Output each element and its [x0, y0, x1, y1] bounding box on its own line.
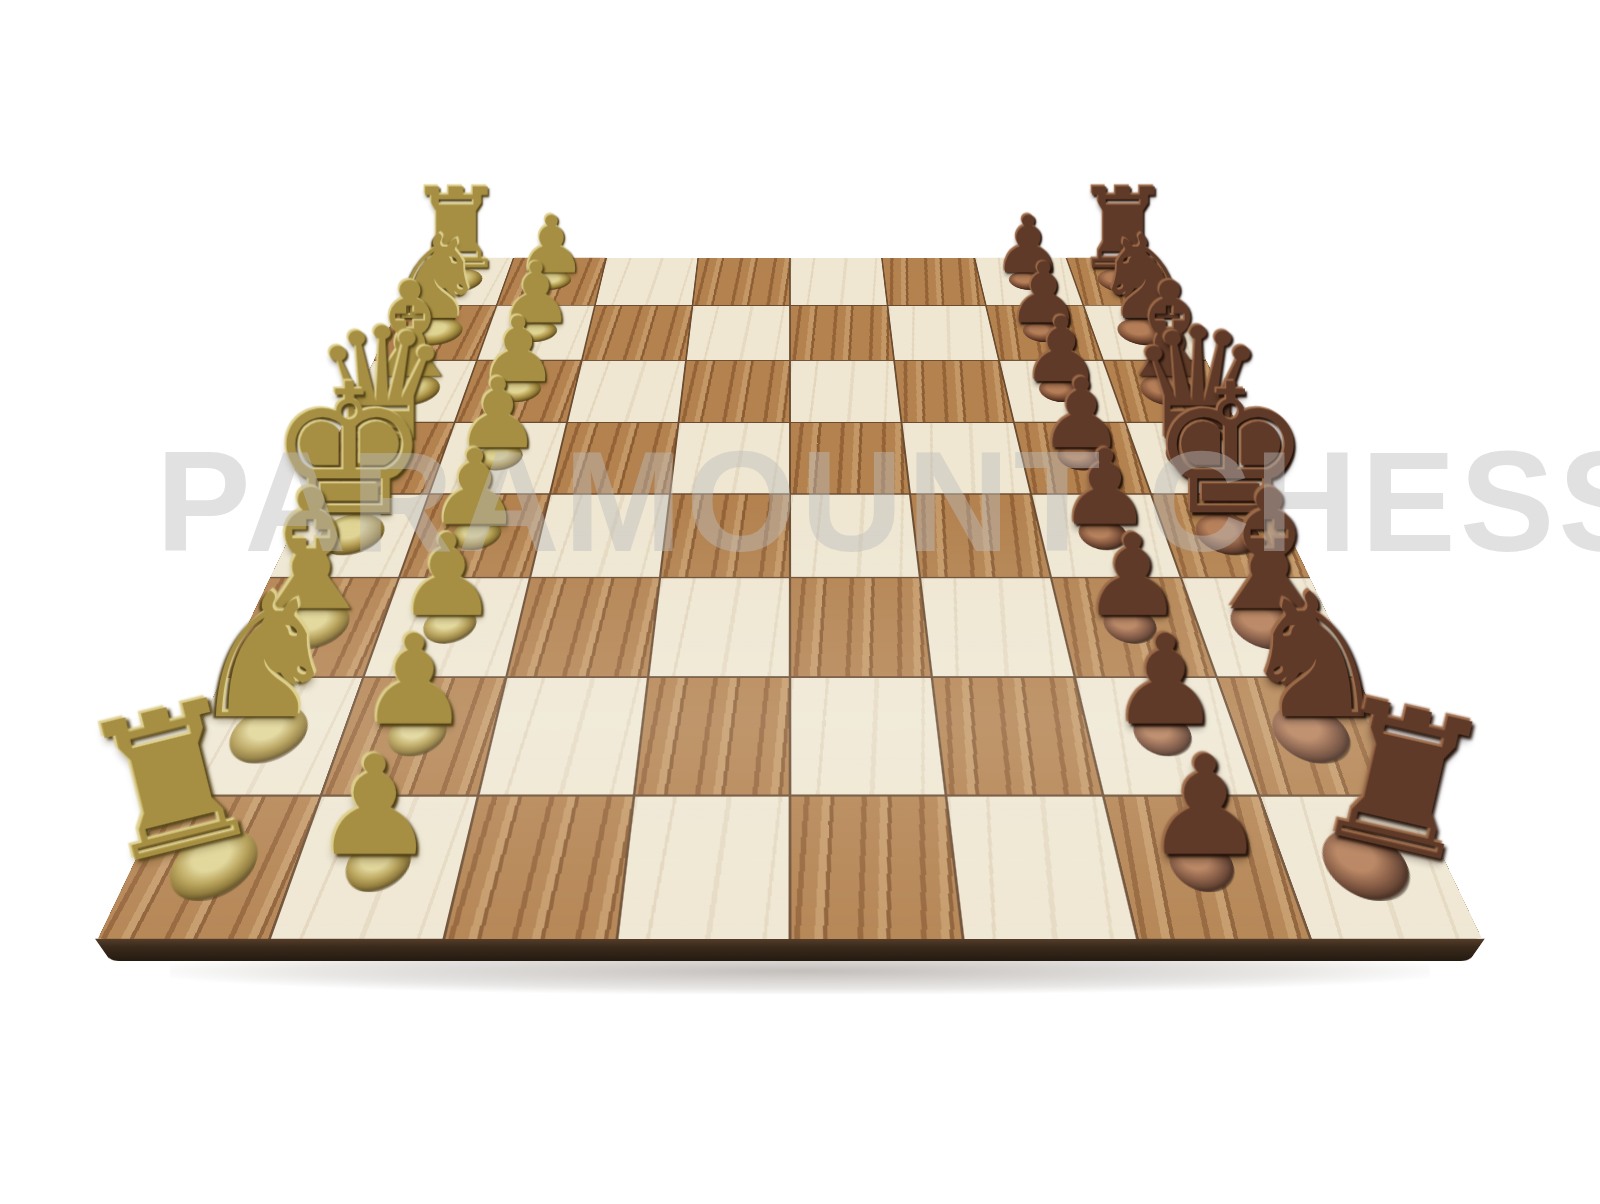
- board-square: [582, 306, 691, 360]
- product-photo: ♜♟♟♜♞♟♟♞♝♟♟♝♛♟♟♛♚♟♟♚♝♟♟♝♞♟♟♞♜♟♟♜ PARAMOU…: [0, 0, 1600, 1204]
- board-square: [671, 423, 789, 494]
- board-square: [568, 360, 685, 421]
- board-square: [895, 360, 1012, 421]
- board-square: [551, 423, 678, 494]
- board-square: [921, 578, 1072, 675]
- chess-piece-copper-pawn: ♟: [1109, 618, 1221, 743]
- board-square: [911, 495, 1049, 577]
- photo-scene: ♜♟♟♜♞♟♟♞♝♟♟♝♛♟♟♛♚♟♟♚♝♟♟♝♞♟♟♞♜♟♟♜: [0, 0, 1600, 1204]
- board-square: [791, 495, 919, 577]
- board-square: [791, 423, 909, 494]
- board-square: [507, 578, 658, 675]
- board-square: [883, 258, 985, 305]
- chess-piece-brass-pawn: ♟: [313, 738, 437, 876]
- board-square: [687, 306, 790, 360]
- chess-piece-brass-pawn: ♟: [359, 618, 471, 743]
- board-square: [791, 578, 931, 675]
- board-square: [531, 495, 669, 577]
- board-square: [933, 678, 1101, 795]
- board-square: [889, 306, 998, 360]
- board-square: [479, 678, 647, 795]
- board-square: [791, 796, 962, 938]
- board-square: [948, 796, 1136, 938]
- board-square: [635, 678, 789, 795]
- chess-piece-copper-pawn: ♟: [1143, 738, 1267, 876]
- board-square: [791, 306, 894, 360]
- board-square: [661, 495, 789, 577]
- board-square: [791, 258, 887, 305]
- board-square: [693, 258, 789, 305]
- board-square: [618, 796, 789, 938]
- board-square: [791, 678, 945, 795]
- board-square: [445, 796, 633, 938]
- chess-board: ♜♟♟♜♞♟♟♞♝♟♟♝♛♟♟♛♚♟♟♚♝♟♟♝♞♟♟♞♜♟♟♜: [98, 258, 1482, 939]
- board-square: [791, 360, 901, 421]
- board-side-edge: [95, 939, 1485, 961]
- board-square: [679, 360, 789, 421]
- board-square: [649, 578, 789, 675]
- board-square: [903, 423, 1030, 494]
- board-square: [595, 258, 697, 305]
